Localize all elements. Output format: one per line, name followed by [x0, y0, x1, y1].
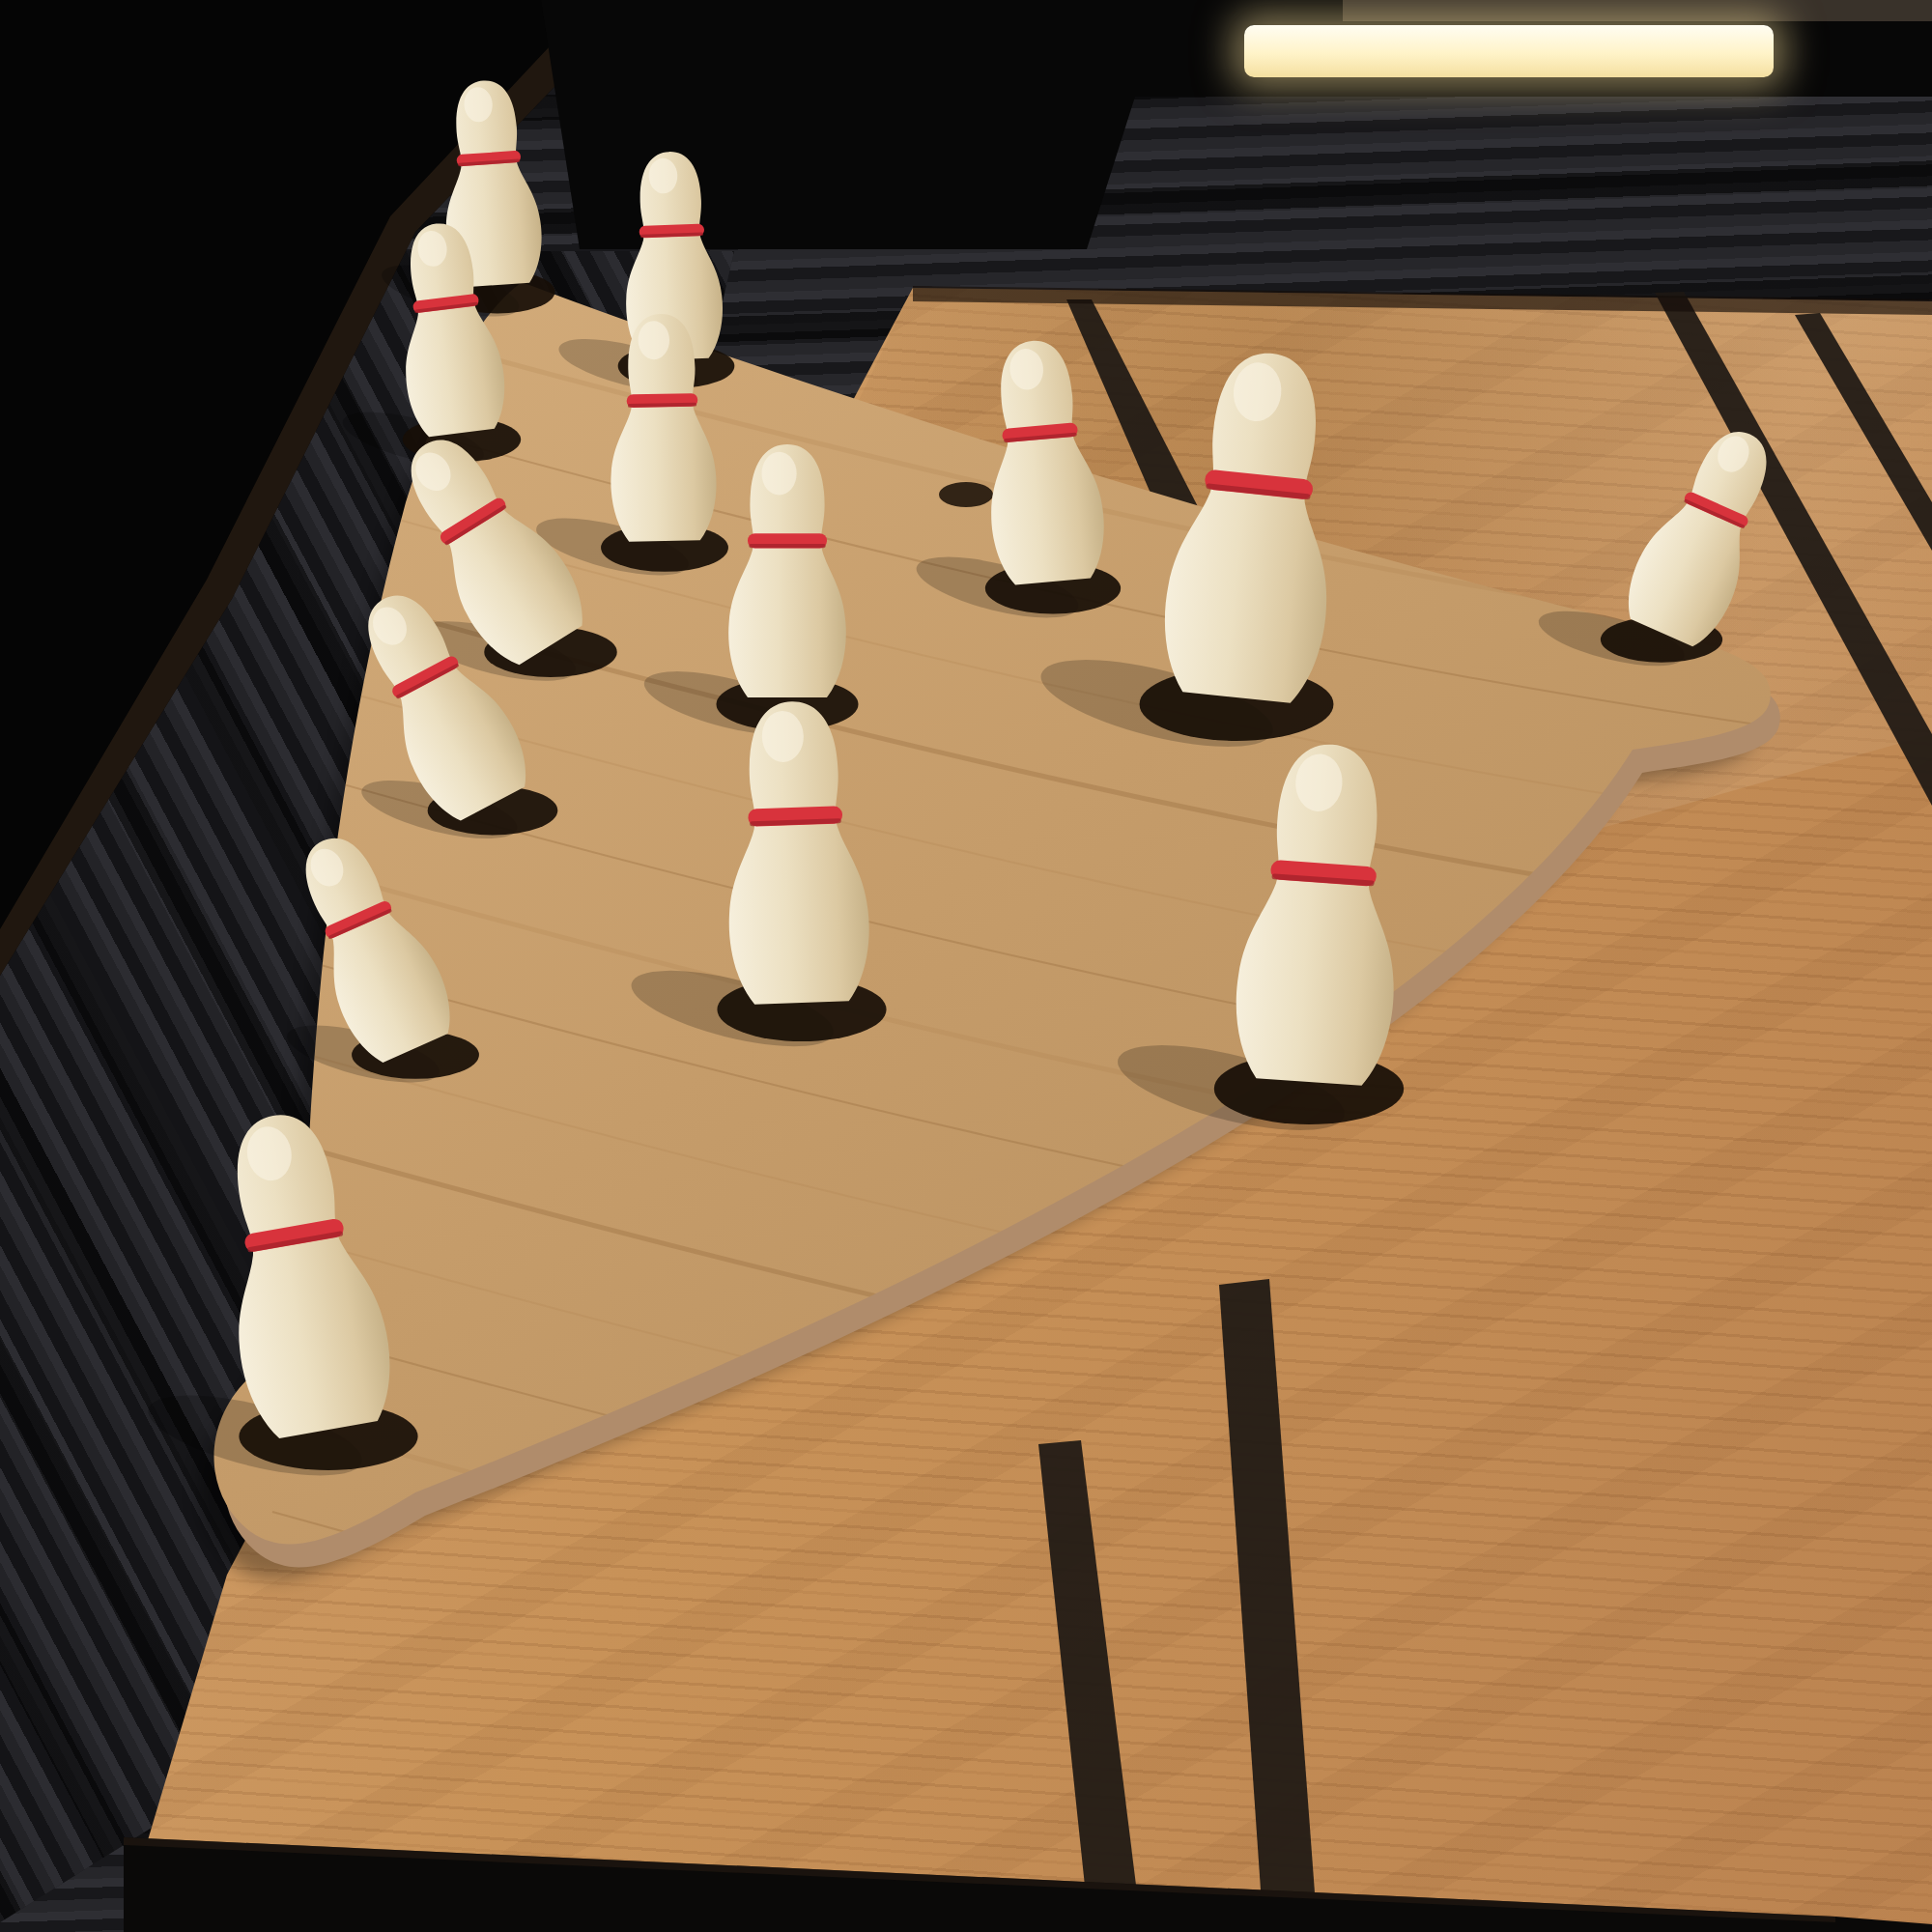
- empty-pin-hole: [939, 482, 993, 507]
- pin-highlight: [761, 452, 796, 496]
- pin-deck-scene: [0, 0, 1932, 1932]
- lane-top-edge-shadow: [913, 286, 1932, 315]
- pin-ring-shade: [749, 544, 826, 548]
- tabletop-bowling-photo: [0, 0, 1932, 1932]
- lane-line: [1219, 1279, 1318, 1932]
- lane-line: [1038, 1440, 1142, 1932]
- lane-line: [1795, 313, 1932, 551]
